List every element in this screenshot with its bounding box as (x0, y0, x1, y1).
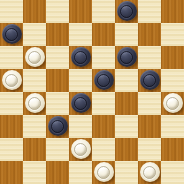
square-r7c7 (161, 161, 184, 184)
square-r5c3 (69, 115, 92, 138)
square-r1c0[interactable] (0, 23, 23, 46)
white-man[interactable] (2, 70, 22, 90)
white-man[interactable] (94, 162, 114, 182)
square-r6c1[interactable] (23, 138, 46, 161)
square-r4c0 (0, 92, 23, 115)
square-r5c7 (161, 115, 184, 138)
square-r0c4 (92, 0, 115, 23)
black-man[interactable] (117, 1, 137, 21)
black-man[interactable] (71, 93, 91, 113)
square-r0c1[interactable] (23, 0, 46, 23)
square-r2c7[interactable] (161, 46, 184, 69)
square-r4c1[interactable] (23, 92, 46, 115)
square-r1c7 (161, 23, 184, 46)
square-r6c5[interactable] (115, 138, 138, 161)
square-r0c7[interactable] (161, 0, 184, 23)
white-man[interactable] (163, 93, 183, 113)
square-r4c5[interactable] (115, 92, 138, 115)
square-r1c4[interactable] (92, 23, 115, 46)
square-r3c2[interactable] (46, 69, 69, 92)
square-r4c7[interactable] (161, 92, 184, 115)
square-r4c6 (138, 92, 161, 115)
square-r5c0[interactable] (0, 115, 23, 138)
square-r3c3 (69, 69, 92, 92)
square-r2c0 (0, 46, 23, 69)
checkers-board (0, 0, 184, 184)
square-r3c6[interactable] (138, 69, 161, 92)
square-r0c5[interactable] (115, 0, 138, 23)
square-r3c7 (161, 69, 184, 92)
black-man[interactable] (2, 24, 22, 44)
white-man[interactable] (25, 47, 45, 67)
square-r2c2 (46, 46, 69, 69)
square-r4c3[interactable] (69, 92, 92, 115)
square-r3c0[interactable] (0, 69, 23, 92)
square-r0c0 (0, 0, 23, 23)
square-r3c5 (115, 69, 138, 92)
square-r1c5 (115, 23, 138, 46)
square-r6c2 (46, 138, 69, 161)
square-r7c4[interactable] (92, 161, 115, 184)
square-r6c3[interactable] (69, 138, 92, 161)
square-r7c6[interactable] (138, 161, 161, 184)
black-man[interactable] (48, 116, 68, 136)
square-r1c2[interactable] (46, 23, 69, 46)
square-r2c1[interactable] (23, 46, 46, 69)
square-r5c2[interactable] (46, 115, 69, 138)
square-r0c3[interactable] (69, 0, 92, 23)
square-r1c6[interactable] (138, 23, 161, 46)
square-r7c5 (115, 161, 138, 184)
black-man[interactable] (71, 47, 91, 67)
square-r4c2 (46, 92, 69, 115)
white-man[interactable] (140, 162, 160, 182)
square-r6c4 (92, 138, 115, 161)
square-r5c5 (115, 115, 138, 138)
square-r3c1 (23, 69, 46, 92)
black-man[interactable] (94, 70, 114, 90)
square-r7c2[interactable] (46, 161, 69, 184)
square-r6c0 (0, 138, 23, 161)
square-r2c3[interactable] (69, 46, 92, 69)
white-man[interactable] (25, 93, 45, 113)
square-r2c5[interactable] (115, 46, 138, 69)
square-r1c1 (23, 23, 46, 46)
square-r2c6 (138, 46, 161, 69)
square-r1c3 (69, 23, 92, 46)
square-r6c6 (138, 138, 161, 161)
black-man[interactable] (117, 47, 137, 67)
square-r0c2 (46, 0, 69, 23)
square-r3c4[interactable] (92, 69, 115, 92)
square-r4c4 (92, 92, 115, 115)
square-r6c7[interactable] (161, 138, 184, 161)
square-r7c3 (69, 161, 92, 184)
square-r2c4 (92, 46, 115, 69)
square-r5c6[interactable] (138, 115, 161, 138)
square-r0c6 (138, 0, 161, 23)
square-r7c0[interactable] (0, 161, 23, 184)
square-r5c1 (23, 115, 46, 138)
black-man[interactable] (140, 70, 160, 90)
square-r7c1 (23, 161, 46, 184)
white-man[interactable] (71, 139, 91, 159)
square-r5c4[interactable] (92, 115, 115, 138)
